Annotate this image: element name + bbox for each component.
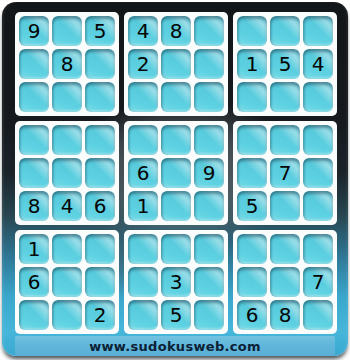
cell-r9c7[interactable]: 6: [237, 300, 267, 330]
cell-r5c1[interactable]: [19, 158, 49, 188]
cell-r3c2[interactable]: [52, 82, 82, 112]
cell-r7c1[interactable]: 1: [19, 234, 49, 264]
cell-r5c8[interactable]: 7: [270, 158, 300, 188]
sudoku-board: 9584821548466917516235768: [2, 2, 348, 334]
cell-r4c9[interactable]: [303, 125, 333, 155]
cell-r8c1[interactable]: 6: [19, 267, 49, 297]
given-digit: 8: [170, 21, 183, 41]
cell-r4c5[interactable]: [161, 125, 191, 155]
cell-r4c8[interactable]: [270, 125, 300, 155]
cell-r6c6[interactable]: [194, 191, 224, 221]
cell-r2c7[interactable]: 1: [237, 49, 267, 79]
cell-r1c1[interactable]: 9: [19, 16, 49, 46]
cell-r1c8[interactable]: [270, 16, 300, 46]
cell-r9c8[interactable]: 8: [270, 300, 300, 330]
board-frame: 9584821548466917516235768 www.sudokusweb…: [2, 2, 348, 356]
cell-r3c5[interactable]: [161, 82, 191, 112]
cell-r6c9[interactable]: [303, 191, 333, 221]
cell-r6c1[interactable]: 8: [19, 191, 49, 221]
cell-r8c3[interactable]: [85, 267, 115, 297]
given-digit: 3: [170, 272, 183, 292]
cell-r6c5[interactable]: [161, 191, 191, 221]
cell-r8c9[interactable]: 7: [303, 267, 333, 297]
site-watermark-link[interactable]: www.sudokusweb.com: [15, 336, 335, 356]
cell-r2c2[interactable]: 8: [52, 49, 82, 79]
cell-r1c6[interactable]: [194, 16, 224, 46]
cell-r3c9[interactable]: [303, 82, 333, 112]
given-digit: 2: [94, 305, 107, 325]
given-digit: 6: [137, 163, 150, 183]
sudoku-box-1-3: 154: [233, 12, 337, 116]
given-digit: 1: [137, 196, 150, 216]
cell-r8c7[interactable]: [237, 267, 267, 297]
cell-r7c4[interactable]: [128, 234, 158, 264]
cell-r5c3[interactable]: [85, 158, 115, 188]
given-digit: 9: [28, 21, 41, 41]
cell-r6c4[interactable]: 1: [128, 191, 158, 221]
sudoku-box-1-2: 482: [124, 12, 228, 116]
cell-r6c3[interactable]: 6: [85, 191, 115, 221]
cell-r9c6[interactable]: [194, 300, 224, 330]
given-digit: 7: [312, 272, 325, 292]
cell-r9c5[interactable]: 5: [161, 300, 191, 330]
cell-r5c4[interactable]: 6: [128, 158, 158, 188]
cell-r9c9[interactable]: [303, 300, 333, 330]
cell-r8c6[interactable]: [194, 267, 224, 297]
cell-r5c9[interactable]: [303, 158, 333, 188]
cell-r3c7[interactable]: [237, 82, 267, 112]
cell-r2c6[interactable]: [194, 49, 224, 79]
given-digit: 5: [170, 305, 183, 325]
given-digit: 7: [279, 163, 292, 183]
cell-r7c5[interactable]: [161, 234, 191, 264]
given-digit: 4: [312, 54, 325, 74]
cell-r9c1[interactable]: [19, 300, 49, 330]
cell-r7c6[interactable]: [194, 234, 224, 264]
cell-r3c6[interactable]: [194, 82, 224, 112]
given-digit: 8: [279, 305, 292, 325]
sudoku-widget: 9584821548466917516235768 www.sudokusweb…: [0, 0, 350, 360]
given-digit: 4: [61, 196, 74, 216]
sudoku-box-3-3: 768: [233, 230, 337, 334]
given-digit: 5: [279, 54, 292, 74]
cell-r5c7[interactable]: [237, 158, 267, 188]
cell-r7c9[interactable]: [303, 234, 333, 264]
cell-r1c7[interactable]: [237, 16, 267, 46]
cell-r2c8[interactable]: 5: [270, 49, 300, 79]
cell-r2c4[interactable]: 2: [128, 49, 158, 79]
cell-r4c6[interactable]: [194, 125, 224, 155]
cell-r7c7[interactable]: [237, 234, 267, 264]
cell-r5c5[interactable]: [161, 158, 191, 188]
cell-r2c1[interactable]: [19, 49, 49, 79]
cell-r7c3[interactable]: [85, 234, 115, 264]
cell-r1c5[interactable]: 8: [161, 16, 191, 46]
cell-r5c6[interactable]: 9: [194, 158, 224, 188]
sudoku-box-1-1: 958: [15, 12, 119, 116]
given-digit: 2: [137, 54, 150, 74]
cell-r1c2[interactable]: [52, 16, 82, 46]
cell-r8c8[interactable]: [270, 267, 300, 297]
given-digit: 5: [94, 21, 107, 41]
cell-r3c4[interactable]: [128, 82, 158, 112]
given-digit: 5: [246, 196, 259, 216]
cell-r3c1[interactable]: [19, 82, 49, 112]
cell-r1c3[interactable]: 5: [85, 16, 115, 46]
cell-r3c8[interactable]: [270, 82, 300, 112]
given-digit: 4: [137, 21, 150, 41]
cell-r6c8[interactable]: [270, 191, 300, 221]
cell-r7c2[interactable]: [52, 234, 82, 264]
cell-r8c2[interactable]: [52, 267, 82, 297]
cell-r8c5[interactable]: 3: [161, 267, 191, 297]
cell-r5c2[interactable]: [52, 158, 82, 188]
cell-r9c4[interactable]: [128, 300, 158, 330]
cell-r9c2[interactable]: [52, 300, 82, 330]
given-digit: 6: [94, 196, 107, 216]
cell-r2c3[interactable]: [85, 49, 115, 79]
cell-r2c5[interactable]: [161, 49, 191, 79]
given-digit: 9: [203, 163, 216, 183]
cell-r4c7[interactable]: [237, 125, 267, 155]
cell-r4c3[interactable]: [85, 125, 115, 155]
cell-r1c4[interactable]: 4: [128, 16, 158, 46]
cell-r4c4[interactable]: [128, 125, 158, 155]
cell-r8c4[interactable]: [128, 267, 158, 297]
cell-r6c7[interactable]: 5: [237, 191, 267, 221]
sudoku-box-3-1: 162: [15, 230, 119, 334]
cell-r6c2[interactable]: 4: [52, 191, 82, 221]
given-digit: 8: [61, 54, 74, 74]
cell-r3c3[interactable]: [85, 82, 115, 112]
sudoku-box-3-2: 35: [124, 230, 228, 334]
given-digit: 8: [28, 196, 41, 216]
sudoku-box-2-2: 691: [124, 121, 228, 225]
cell-r2c9[interactable]: 4: [303, 49, 333, 79]
sudoku-box-2-3: 75: [233, 121, 337, 225]
given-digit: 6: [246, 305, 259, 325]
sudoku-box-2-1: 846: [15, 121, 119, 225]
given-digit: 1: [246, 54, 259, 74]
cell-r9c3[interactable]: 2: [85, 300, 115, 330]
cell-r4c2[interactable]: [52, 125, 82, 155]
given-digit: 1: [28, 239, 41, 259]
cell-r4c1[interactable]: [19, 125, 49, 155]
cell-r7c8[interactable]: [270, 234, 300, 264]
cell-r1c9[interactable]: [303, 16, 333, 46]
given-digit: 6: [28, 272, 41, 292]
